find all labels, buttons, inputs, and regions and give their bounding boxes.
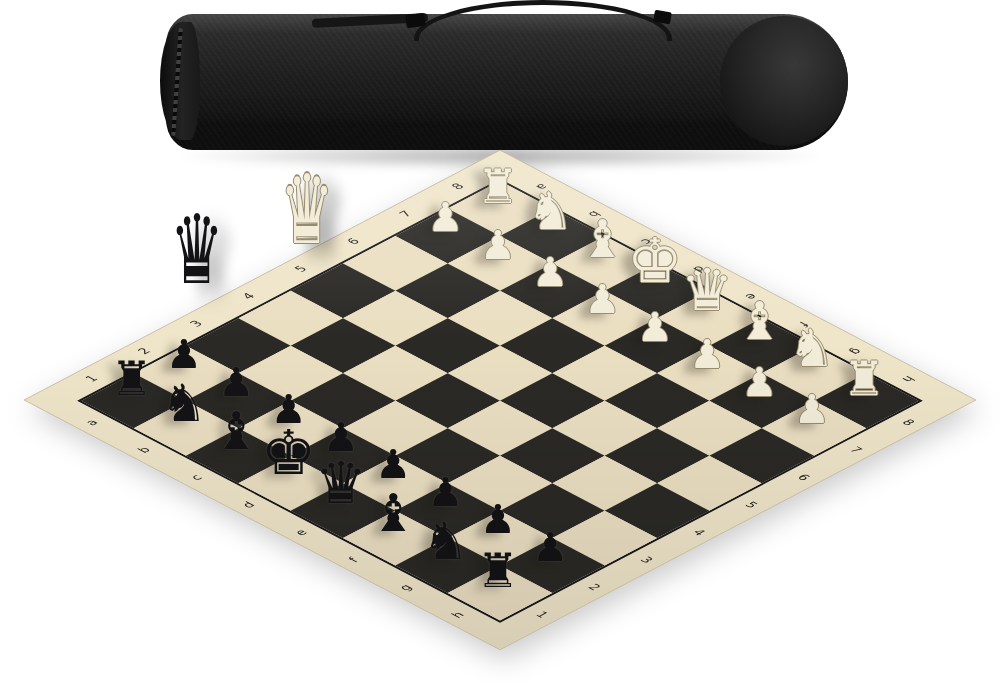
bag-strap-handle xyxy=(414,0,672,41)
bag-strap-buckle xyxy=(405,13,426,29)
file-label-a-near: a xyxy=(83,418,100,427)
rank-label-3-right: 3 xyxy=(638,555,655,564)
file-label-b-near: b xyxy=(136,446,153,455)
rank-label-6-right: 6 xyxy=(795,473,812,482)
piece-white-pawn-h7[interactable]: ♟ xyxy=(775,389,849,429)
board-surface: ♜♞♝♚♛♝♞♜♟♟♟♟♟♟♟♟♟♟♟♟♟♟♟♟♜♞♝♚♛♝♞♜ aabbccd… xyxy=(23,150,976,650)
offboard-white-extra-queen[interactable]: ♛ xyxy=(280,161,334,257)
rank-label-4-left: 4 xyxy=(240,292,257,301)
rank-label-8-right: 8 xyxy=(899,418,916,427)
rank-label-3-left: 3 xyxy=(188,319,205,328)
file-label-g-near: g xyxy=(397,583,414,592)
product-photo-scene: ♜♞♝♚♛♝♞♜♟♟♟♟♟♟♟♟♟♟♟♟♟♟♟♟♜♞♝♚♛♝♞♜ aabbccd… xyxy=(0,0,1000,686)
rank-label-5-left: 5 xyxy=(293,264,310,273)
file-label-f-near: f xyxy=(346,556,360,564)
rank-label-1-right: 1 xyxy=(533,610,550,619)
file-label-h-far: h xyxy=(899,374,916,383)
offboard-black-extra-queen[interactable]: ♛ xyxy=(170,201,224,297)
file-label-c-near: c xyxy=(188,473,204,482)
rank-label-6-left: 6 xyxy=(345,237,362,246)
rank-label-4-right: 4 xyxy=(690,528,707,537)
file-label-d-near: d xyxy=(240,501,257,510)
file-label-e-near: e xyxy=(293,528,310,537)
rank-label-5-right: 5 xyxy=(742,501,759,510)
rank-label-2-right: 2 xyxy=(585,583,602,592)
file-label-h-near: h xyxy=(450,610,467,619)
chessboard: ♜♞♝♚♛♝♞♜♟♟♟♟♟♟♟♟♟♟♟♟♟♟♟♟♜♞♝♚♛♝♞♜ aabbccd… xyxy=(163,63,837,686)
rank-label-7-right: 7 xyxy=(847,446,864,455)
piece-black-rook-h1[interactable]: ♜ xyxy=(461,547,535,594)
